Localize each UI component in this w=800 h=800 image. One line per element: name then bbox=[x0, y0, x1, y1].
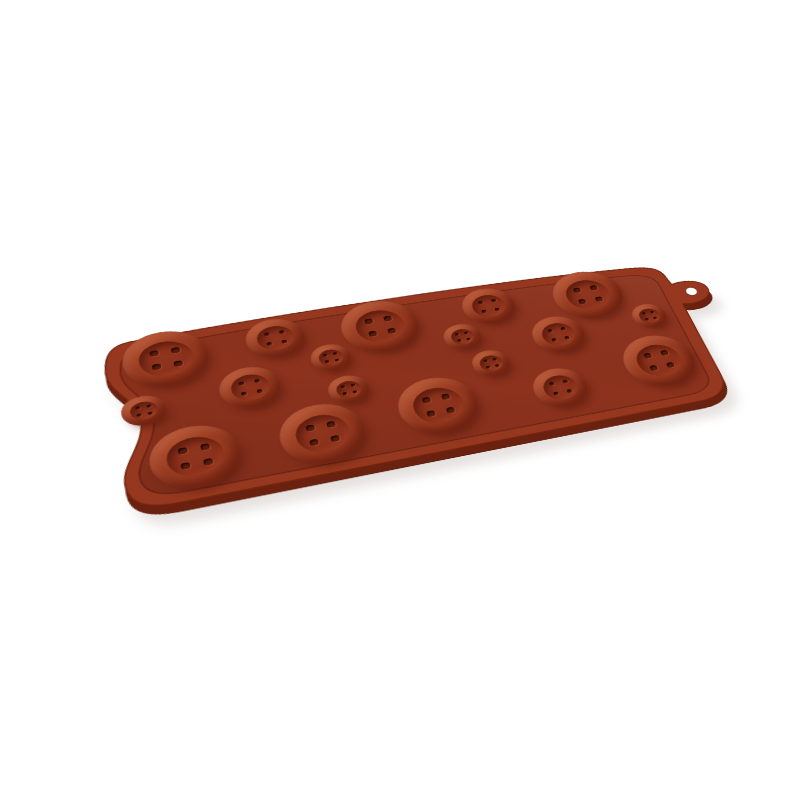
button-recess bbox=[255, 324, 297, 352]
button-recess bbox=[409, 384, 469, 426]
button-recess bbox=[540, 373, 582, 402]
button-cavity-small bbox=[440, 322, 486, 352]
button-cavity-small bbox=[308, 342, 355, 374]
button-recess bbox=[352, 307, 409, 345]
button-cavity-medium bbox=[215, 363, 286, 413]
silicone-mold bbox=[90, 257, 772, 521]
button-cavity-large bbox=[273, 398, 372, 470]
button-recess bbox=[164, 433, 227, 480]
button-cavity-small bbox=[119, 393, 169, 429]
button-recess bbox=[334, 379, 364, 400]
button-cavity-small bbox=[628, 302, 672, 330]
button-recess bbox=[561, 278, 615, 312]
button-recess bbox=[538, 321, 579, 348]
button-recess bbox=[448, 327, 476, 346]
thread-hole bbox=[578, 299, 586, 304]
product-photo bbox=[0, 0, 800, 800]
button-cavity-large bbox=[614, 331, 705, 392]
button-cavity-small bbox=[468, 348, 515, 380]
button-cavity-small bbox=[325, 373, 373, 407]
button-cavity-medium bbox=[456, 285, 521, 327]
thread-hole bbox=[573, 288, 581, 293]
button-cavity-medium bbox=[526, 313, 592, 356]
button-recess bbox=[636, 307, 663, 325]
button-cavity-large bbox=[390, 372, 486, 440]
thread-hole bbox=[595, 297, 603, 302]
button-cavity-medium bbox=[242, 315, 310, 361]
button-recess bbox=[292, 411, 354, 456]
button-cavity-medium bbox=[527, 364, 595, 411]
button-recess bbox=[316, 348, 345, 368]
button-recess bbox=[477, 353, 506, 373]
button-cavity-large bbox=[145, 419, 247, 496]
button-recess bbox=[136, 338, 196, 379]
button-recess bbox=[229, 372, 273, 403]
button-recess bbox=[631, 342, 687, 380]
button-recess bbox=[128, 399, 159, 421]
button-recess bbox=[469, 293, 509, 319]
thread-hole bbox=[590, 285, 598, 290]
button-cavities bbox=[90, 257, 772, 521]
